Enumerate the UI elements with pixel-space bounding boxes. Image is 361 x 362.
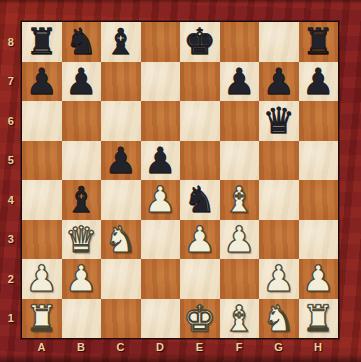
square-d8[interactable] bbox=[141, 22, 181, 62]
square-f7[interactable]: ♟ bbox=[220, 62, 260, 102]
black-pawn-icon: ♟ bbox=[26, 62, 58, 101]
black-queen-icon: ♛ bbox=[263, 101, 295, 140]
square-f3[interactable]: ♟ bbox=[220, 220, 260, 260]
square-f2[interactable] bbox=[220, 259, 260, 299]
black-pawn-icon: ♟ bbox=[263, 62, 295, 101]
white-knight-icon: ♞ bbox=[263, 299, 295, 338]
square-h5[interactable] bbox=[299, 141, 339, 181]
black-pawn-icon: ♟ bbox=[65, 62, 97, 101]
white-pawn-icon: ♟ bbox=[223, 220, 255, 259]
rank-label-2: 2 bbox=[0, 259, 22, 299]
black-rook-icon: ♜ bbox=[302, 22, 334, 61]
black-king-icon: ♚ bbox=[184, 22, 216, 61]
square-f6[interactable] bbox=[220, 101, 260, 141]
square-h7[interactable]: ♟ bbox=[299, 62, 339, 102]
white-pawn-icon: ♟ bbox=[26, 259, 58, 298]
white-pawn-icon: ♟ bbox=[144, 180, 176, 219]
rank-label-8: 8 bbox=[0, 22, 22, 62]
square-a5[interactable] bbox=[22, 141, 62, 181]
file-label-c: C bbox=[101, 338, 141, 355]
file-label-d: D bbox=[141, 338, 181, 355]
rank-label-6: 6 bbox=[0, 101, 22, 141]
square-d3[interactable] bbox=[141, 220, 181, 260]
square-g8[interactable] bbox=[259, 22, 299, 62]
square-h2[interactable]: ♟ bbox=[299, 259, 339, 299]
square-h1[interactable]: ♜ bbox=[299, 299, 339, 339]
white-bishop-icon: ♝ bbox=[223, 180, 255, 219]
white-bishop-icon: ♝ bbox=[223, 299, 255, 338]
black-pawn-icon: ♟ bbox=[144, 141, 176, 180]
square-b1[interactable] bbox=[62, 299, 102, 339]
square-e6[interactable] bbox=[180, 101, 220, 141]
square-h8[interactable]: ♜ bbox=[299, 22, 339, 62]
square-a2[interactable]: ♟ bbox=[22, 259, 62, 299]
black-knight-icon: ♞ bbox=[65, 22, 97, 61]
white-knight-icon: ♞ bbox=[105, 220, 137, 259]
rank-labels: 87654321 bbox=[0, 22, 22, 338]
black-rook-icon: ♜ bbox=[26, 22, 58, 61]
file-labels: ABCDEFGH bbox=[22, 338, 338, 355]
chess-board: ♜♞♝♚♜♟♟♟♟♟♛♟♟♝♟♞♝♛♞♟♟♟♟♟♟♜♚♝♞♜ bbox=[22, 22, 338, 338]
square-g7[interactable]: ♟ bbox=[259, 62, 299, 102]
square-b8[interactable]: ♞ bbox=[62, 22, 102, 62]
square-g6[interactable]: ♛ bbox=[259, 101, 299, 141]
square-c7[interactable] bbox=[101, 62, 141, 102]
white-king-icon: ♚ bbox=[184, 299, 216, 338]
black-bishop-icon: ♝ bbox=[65, 180, 97, 219]
white-pawn-icon: ♟ bbox=[263, 259, 295, 298]
square-g4[interactable] bbox=[259, 180, 299, 220]
square-f4[interactable]: ♝ bbox=[220, 180, 260, 220]
square-a6[interactable] bbox=[22, 101, 62, 141]
square-d2[interactable] bbox=[141, 259, 181, 299]
white-queen-icon: ♛ bbox=[65, 220, 97, 259]
square-c6[interactable] bbox=[101, 101, 141, 141]
square-d7[interactable] bbox=[141, 62, 181, 102]
white-pawn-icon: ♟ bbox=[184, 220, 216, 259]
square-g1[interactable]: ♞ bbox=[259, 299, 299, 339]
square-c1[interactable] bbox=[101, 299, 141, 339]
square-e4[interactable]: ♞ bbox=[180, 180, 220, 220]
square-d5[interactable]: ♟ bbox=[141, 141, 181, 181]
file-label-h: H bbox=[299, 338, 339, 355]
white-pawn-icon: ♟ bbox=[302, 259, 334, 298]
square-f8[interactable] bbox=[220, 22, 260, 62]
square-d4[interactable]: ♟ bbox=[141, 180, 181, 220]
file-label-e: E bbox=[180, 338, 220, 355]
square-c5[interactable]: ♟ bbox=[101, 141, 141, 181]
square-h6[interactable] bbox=[299, 101, 339, 141]
square-d1[interactable] bbox=[141, 299, 181, 339]
square-e5[interactable] bbox=[180, 141, 220, 181]
square-a3[interactable] bbox=[22, 220, 62, 260]
chess-board-frame: 87654321 ♜♞♝♚♜♟♟♟♟♟♛♟♟♝♟♞♝♛♞♟♟♟♟♟♟♜♚♝♞♜ … bbox=[0, 0, 361, 362]
square-b3[interactable]: ♛ bbox=[62, 220, 102, 260]
white-pawn-icon: ♟ bbox=[65, 259, 97, 298]
square-b2[interactable]: ♟ bbox=[62, 259, 102, 299]
square-b5[interactable] bbox=[62, 141, 102, 181]
square-e2[interactable] bbox=[180, 259, 220, 299]
square-b7[interactable]: ♟ bbox=[62, 62, 102, 102]
square-c4[interactable] bbox=[101, 180, 141, 220]
black-pawn-icon: ♟ bbox=[302, 62, 334, 101]
square-a8[interactable]: ♜ bbox=[22, 22, 62, 62]
rank-label-1: 1 bbox=[0, 299, 22, 339]
square-a4[interactable] bbox=[22, 180, 62, 220]
square-a7[interactable]: ♟ bbox=[22, 62, 62, 102]
file-label-b: B bbox=[62, 338, 102, 355]
square-c3[interactable]: ♞ bbox=[101, 220, 141, 260]
square-g3[interactable] bbox=[259, 220, 299, 260]
square-e3[interactable]: ♟ bbox=[180, 220, 220, 260]
square-e7[interactable] bbox=[180, 62, 220, 102]
square-h4[interactable] bbox=[299, 180, 339, 220]
square-h3[interactable] bbox=[299, 220, 339, 260]
square-g2[interactable]: ♟ bbox=[259, 259, 299, 299]
square-f1[interactable]: ♝ bbox=[220, 299, 260, 339]
rank-label-3: 3 bbox=[0, 220, 22, 260]
black-bishop-icon: ♝ bbox=[105, 22, 137, 61]
rank-label-7: 7 bbox=[0, 62, 22, 102]
square-c2[interactable] bbox=[101, 259, 141, 299]
square-g5[interactable] bbox=[259, 141, 299, 181]
square-b4[interactable]: ♝ bbox=[62, 180, 102, 220]
black-pawn-icon: ♟ bbox=[223, 62, 255, 101]
square-d6[interactable] bbox=[141, 101, 181, 141]
black-pawn-icon: ♟ bbox=[105, 141, 137, 180]
file-label-g: G bbox=[259, 338, 299, 355]
rank-label-4: 4 bbox=[0, 180, 22, 220]
square-a1[interactable]: ♜ bbox=[22, 299, 62, 339]
black-knight-icon: ♞ bbox=[184, 180, 216, 219]
white-rook-icon: ♜ bbox=[26, 299, 58, 338]
file-label-f: F bbox=[220, 338, 260, 355]
square-f5[interactable] bbox=[220, 141, 260, 181]
square-e8[interactable]: ♚ bbox=[180, 22, 220, 62]
file-label-a: A bbox=[22, 338, 62, 355]
rank-label-5: 5 bbox=[0, 141, 22, 181]
white-rook-icon: ♜ bbox=[302, 299, 334, 338]
square-c8[interactable]: ♝ bbox=[101, 22, 141, 62]
square-e1[interactable]: ♚ bbox=[180, 299, 220, 339]
square-b6[interactable] bbox=[62, 101, 102, 141]
